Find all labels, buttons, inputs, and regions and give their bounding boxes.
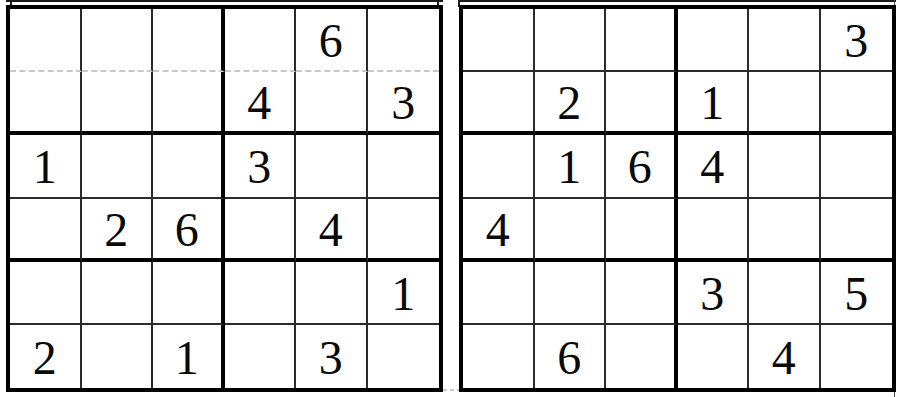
left-puzzle-cell-r1c1[interactable] (10, 9, 82, 72)
right-puzzle-cell-r5c5[interactable] (749, 262, 821, 325)
left-puzzle-cell-r4c5[interactable]: 4 (296, 199, 368, 262)
left-puzzle-cell-r1c3[interactable] (153, 9, 225, 72)
right-puzzle-cell-r5c1[interactable] (463, 262, 535, 325)
right-puzzle-cell-r3c2[interactable]: 1 (535, 135, 607, 198)
left-puzzle-cell-r5c3[interactable] (153, 262, 225, 325)
right-puzzle-cell-r1c2[interactable] (535, 9, 607, 72)
right-puzzle-cell-r6c3[interactable] (606, 325, 678, 388)
right-puzzle-cell-r6c6[interactable] (821, 325, 893, 388)
crop-artifact-top-line-right (459, 0, 896, 2)
right-puzzle-cell-r2c2[interactable]: 2 (535, 72, 607, 135)
left-puzzle-cell-r2c1[interactable] (10, 72, 82, 135)
left-puzzle-cell-r6c6[interactable] (368, 325, 440, 388)
right-puzzle-cell-r3c3[interactable]: 6 (606, 135, 678, 198)
left-puzzle-cell-r5c4[interactable] (225, 262, 297, 325)
left-puzzle-cell-r6c2[interactable] (82, 325, 154, 388)
left-puzzle-cell-r4c6[interactable] (368, 199, 440, 262)
right-puzzle-cell-r5c6[interactable]: 5 (821, 262, 893, 325)
right-puzzle-cell-r2c3[interactable] (606, 72, 678, 135)
left-puzzle-cell-r1c6[interactable] (368, 9, 440, 72)
left-puzzle-cell-r1c5[interactable]: 6 (296, 9, 368, 72)
left-puzzle-cell-r6c3[interactable]: 1 (153, 325, 225, 388)
right-puzzle-cell-r6c4[interactable] (678, 325, 750, 388)
left-puzzle-cell-r3c3[interactable] (153, 135, 225, 198)
right-puzzle-cell-r4c3[interactable] (606, 199, 678, 262)
left-sudoku-board: 643132641213 (6, 5, 443, 392)
left-puzzle-cell-r3c5[interactable] (296, 135, 368, 198)
right-puzzle-cell-r6c5[interactable]: 4 (749, 325, 821, 388)
right-puzzle-cell-r1c6[interactable]: 3 (821, 9, 893, 72)
left-puzzle-cell-r2c5[interactable] (296, 72, 368, 135)
right-puzzle-cell-r4c2[interactable] (535, 199, 607, 262)
left-puzzle-cell-r1c2[interactable] (82, 9, 154, 72)
left-puzzle-cell-r6c4[interactable] (225, 325, 297, 388)
left-puzzle-cell-r5c2[interactable] (82, 262, 154, 325)
left-puzzle-cell-r1c4[interactable] (225, 9, 297, 72)
left-puzzle-cell-r5c6[interactable]: 1 (368, 262, 440, 325)
right-puzzle-cell-r5c4[interactable]: 3 (678, 262, 750, 325)
right-puzzle-cell-r2c1[interactable] (463, 72, 535, 135)
right-puzzle-cell-r4c1[interactable]: 4 (463, 199, 535, 262)
right-puzzle-cell-r4c6[interactable] (821, 199, 893, 262)
left-puzzle-cell-r2c6[interactable]: 3 (368, 72, 440, 135)
right-puzzle-cell-r1c4[interactable] (678, 9, 750, 72)
right-puzzle-cell-r4c4[interactable] (678, 199, 750, 262)
left-puzzle-cell-r3c2[interactable] (82, 135, 154, 198)
left-puzzle-cell-r3c1[interactable]: 1 (10, 135, 82, 198)
right-puzzle-cell-r1c1[interactable] (463, 9, 535, 72)
right-puzzle-cell-r2c6[interactable] (821, 72, 893, 135)
left-puzzle-cell-r4c2[interactable]: 2 (82, 199, 154, 262)
left-puzzle-cell-r2c4[interactable]: 4 (225, 72, 297, 135)
right-puzzle-cell-r3c5[interactable] (749, 135, 821, 198)
right-puzzle-cell-r6c2[interactable]: 6 (535, 325, 607, 388)
left-puzzle-cell-r2c2[interactable] (82, 72, 154, 135)
left-puzzle-cell-r2c3[interactable] (153, 72, 225, 135)
right-puzzle-cell-r1c3[interactable] (606, 9, 678, 72)
right-puzzle-cell-r3c6[interactable] (821, 135, 893, 198)
left-puzzle-cell-r6c1[interactable]: 2 (10, 325, 82, 388)
right-puzzle-cell-r1c5[interactable] (749, 9, 821, 72)
crop-artifact-top-line-left (6, 0, 443, 2)
right-puzzle-cell-r3c1[interactable] (463, 135, 535, 198)
right-puzzle-cell-r5c3[interactable] (606, 262, 678, 325)
left-puzzle-cell-r3c4[interactable]: 3 (225, 135, 297, 198)
right-sudoku-board: 32116443564 (459, 5, 896, 392)
left-puzzle-cell-r6c5[interactable]: 3 (296, 325, 368, 388)
left-puzzle-cell-r4c3[interactable]: 6 (153, 199, 225, 262)
right-puzzle-cell-r5c2[interactable] (535, 262, 607, 325)
right-puzzle-cell-r4c5[interactable] (749, 199, 821, 262)
sudoku-page: 643132641213 32116443564 (0, 0, 900, 397)
right-puzzle-cell-r2c5[interactable] (749, 72, 821, 135)
right-puzzle-cell-r6c1[interactable] (463, 325, 535, 388)
right-puzzle-cell-r3c4[interactable]: 4 (678, 135, 750, 198)
left-puzzle-cell-r5c5[interactable] (296, 262, 368, 325)
left-puzzle-cell-r5c1[interactable] (10, 262, 82, 325)
left-puzzle-cell-r4c1[interactable] (10, 199, 82, 262)
left-puzzle-cell-r4c4[interactable] (225, 199, 297, 262)
right-puzzle-cell-r2c4[interactable]: 1 (678, 72, 750, 135)
left-puzzle-cell-r3c6[interactable] (368, 135, 440, 198)
